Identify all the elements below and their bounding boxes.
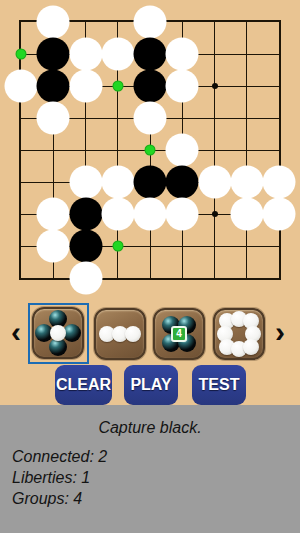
suggested-move-marker[interactable] xyxy=(112,81,123,92)
white-stone xyxy=(37,102,70,135)
info-panel: Capture black. Connected: 2 Liberties: 1… xyxy=(0,405,300,533)
count-badge: 4 xyxy=(171,326,187,342)
black-stone xyxy=(37,38,70,71)
white-stone xyxy=(134,102,167,135)
black-stone xyxy=(134,38,167,71)
puzzle-instruction: Capture black. xyxy=(0,419,300,437)
white-stone xyxy=(37,198,70,231)
white-stone xyxy=(230,166,263,199)
white-stone xyxy=(69,70,102,103)
stat-groups: Groups: 4 xyxy=(12,489,300,509)
white-stone xyxy=(134,6,167,39)
white-icon-stone xyxy=(243,339,259,355)
selected-puzzle-frame xyxy=(28,303,89,364)
white-stone xyxy=(69,38,102,71)
icon-button-ring-of-eight[interactable] xyxy=(213,308,265,360)
play-button[interactable]: PLAY xyxy=(124,365,178,405)
go-board[interactable] xyxy=(19,20,281,280)
icon-button-capture-one-white[interactable] xyxy=(32,307,84,359)
suggested-move-marker[interactable] xyxy=(112,241,123,252)
white-stone xyxy=(101,198,134,231)
clear-button[interactable]: CLEAR xyxy=(55,365,112,405)
white-stone xyxy=(134,198,167,231)
white-stone xyxy=(37,6,70,39)
stat-connected: Connected: 2 xyxy=(12,447,300,467)
white-icon-stone xyxy=(125,326,141,342)
white-stone xyxy=(5,70,38,103)
black-stone xyxy=(134,70,167,103)
white-icon-stone xyxy=(50,325,66,341)
stats-block: Connected: 2 Liberties: 1 Groups: 4 xyxy=(12,447,300,509)
white-stone xyxy=(230,198,263,231)
white-stone xyxy=(166,70,199,103)
stat-liberties: Liberties: 1 xyxy=(12,468,300,488)
black-stone xyxy=(37,70,70,103)
grid-line xyxy=(214,22,215,278)
white-stone xyxy=(101,38,134,71)
white-stone xyxy=(37,230,70,263)
white-stone xyxy=(263,198,296,231)
white-stone xyxy=(166,134,199,167)
hoshi-point xyxy=(212,83,218,89)
white-stone xyxy=(69,262,102,295)
icon-button-four-black-group[interactable]: 4 xyxy=(153,308,205,360)
next-puzzle-chevron-icon[interactable]: › xyxy=(275,315,285,349)
white-stone xyxy=(166,198,199,231)
hoshi-point xyxy=(212,211,218,217)
white-stone xyxy=(263,166,296,199)
white-stone xyxy=(69,166,102,199)
white-stone xyxy=(198,166,231,199)
black-stone xyxy=(166,166,199,199)
black-icon-stone xyxy=(49,338,67,356)
app-screen: ‹ 4 › CLEAR PLAY TEST Capture black. Con… xyxy=(0,0,300,533)
black-icon-stone xyxy=(63,324,81,342)
black-stone xyxy=(134,166,167,199)
white-stone xyxy=(101,166,134,199)
grid-line xyxy=(246,22,247,278)
black-stone xyxy=(69,198,102,231)
white-stone xyxy=(166,38,199,71)
icon-button-three-in-a-row[interactable] xyxy=(94,308,146,360)
suggested-move-marker[interactable] xyxy=(16,49,27,60)
suggested-move-marker[interactable] xyxy=(145,145,156,156)
prev-puzzle-chevron-icon[interactable]: ‹ xyxy=(11,315,21,349)
black-stone xyxy=(69,230,102,263)
test-button[interactable]: TEST xyxy=(192,365,246,405)
